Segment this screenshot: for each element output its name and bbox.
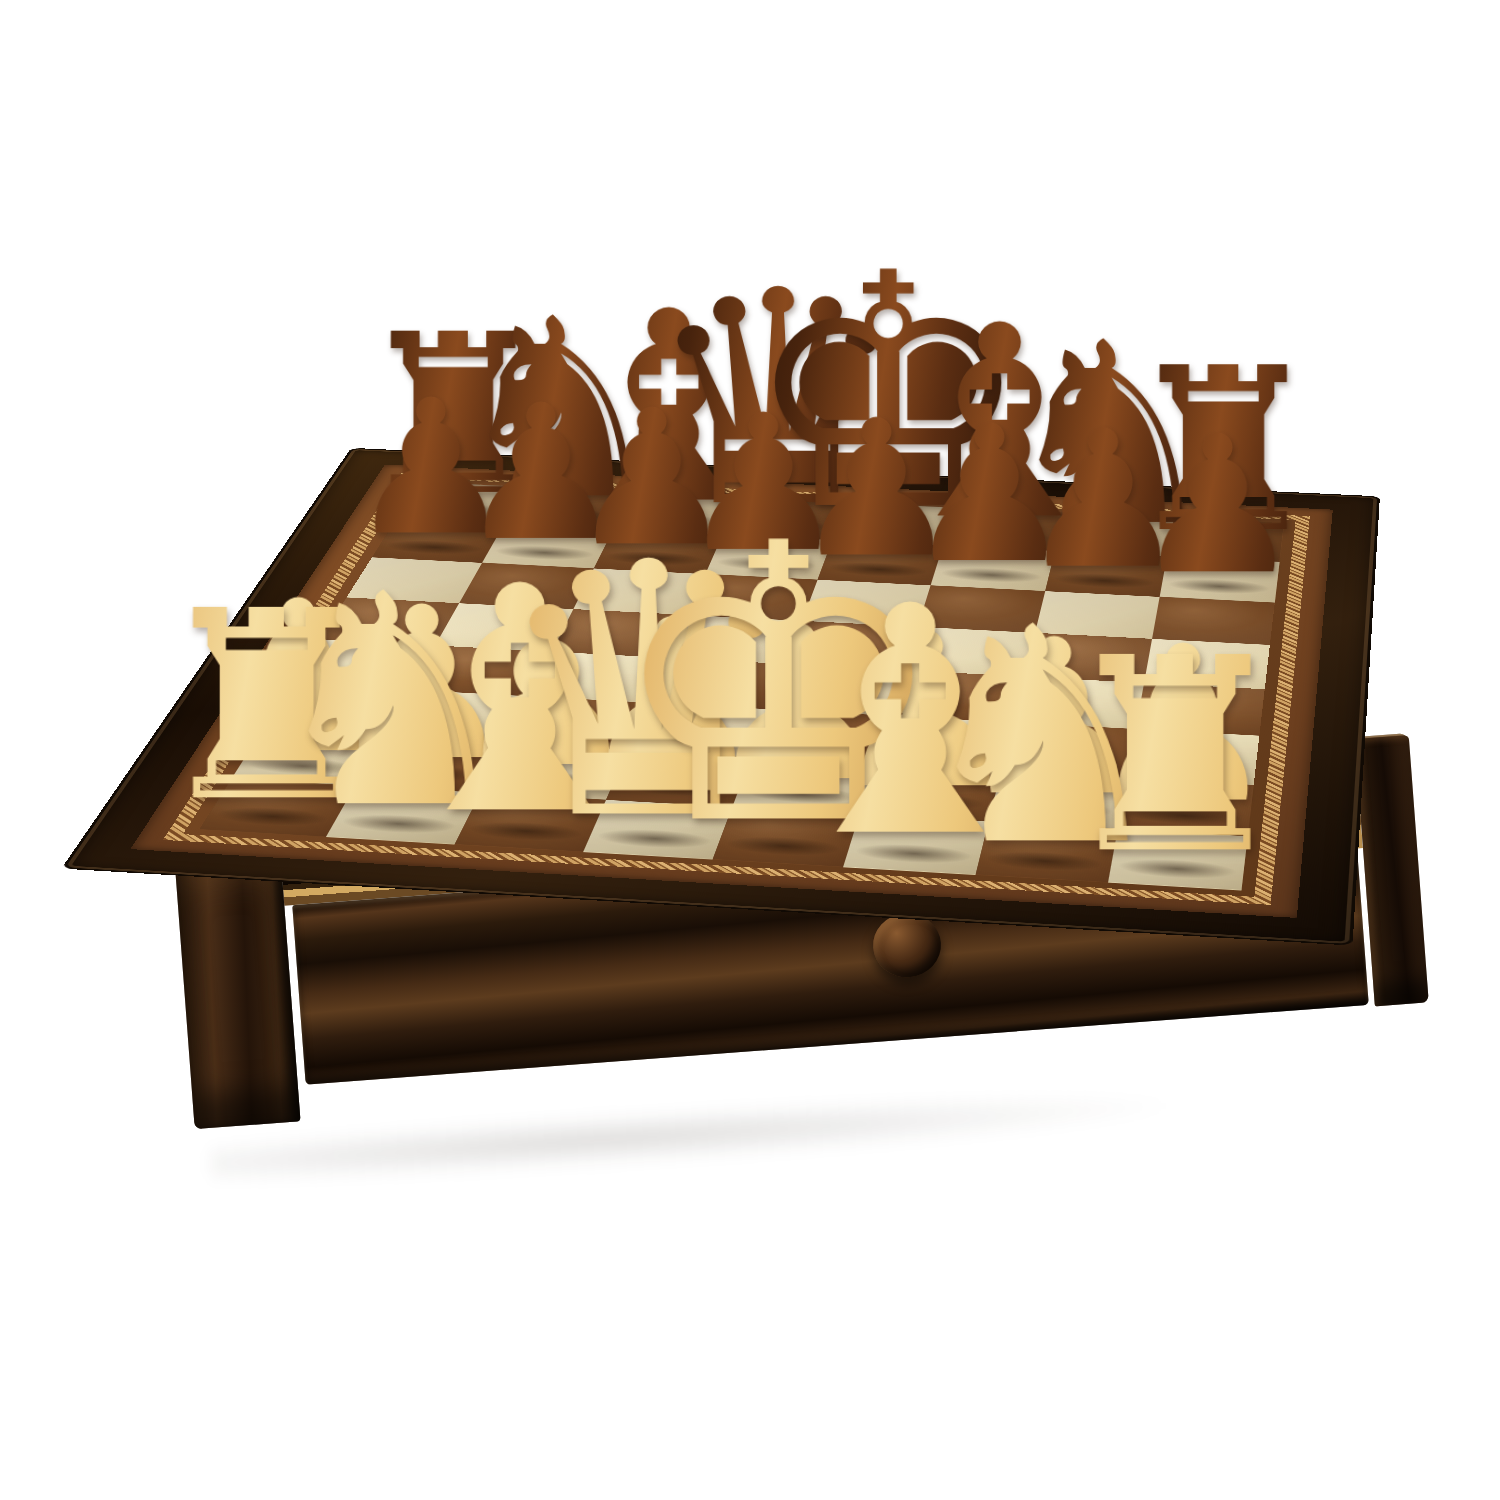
drawer-knob[interactable]: [870, 911, 943, 980]
product-photo-stage: ♜♞♝♛♚♝♞♜♟♟♟♟♟♟♟♟♟♟♟♟♟♟♟♟♜♞♝♛♚♝♞♜: [0, 0, 1500, 1500]
board-inner-margin: ♜♞♝♛♚♝♞♜♟♟♟♟♟♟♟♟♟♟♟♟♟♟♟♟♜♞♝♛♚♝♞♜: [183, 478, 1295, 897]
board-frame: ♜♞♝♛♚♝♞♜♟♟♟♟♟♟♟♟♟♟♟♟♟♟♟♟♜♞♝♛♚♝♞♜: [61, 448, 1380, 946]
chess-board-grid: ♜♞♝♛♚♝♞♜♟♟♟♟♟♟♟♟♟♟♟♟♟♟♟♟♜♞♝♛♚♝♞♜: [199, 482, 1284, 890]
board-inlay-border: ♜♞♝♛♚♝♞♜♟♟♟♟♟♟♟♟♟♟♟♟♟♟♟♟♜♞♝♛♚♝♞♜: [163, 473, 1310, 905]
piece-white-rook[interactable]: ♜: [935, 634, 1415, 881]
square-h7[interactable]: ♟: [1159, 557, 1279, 603]
board-margin: ♜♞♝♛♚♝♞♜♟♟♟♟♟♟♟♟♟♟♟♟♟♟♟♟♜♞♝♛♚♝♞♜: [130, 465, 1333, 918]
square-h1[interactable]: ♜: [1108, 829, 1248, 891]
